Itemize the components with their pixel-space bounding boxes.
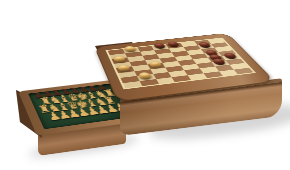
board-grid — [105, 38, 256, 90]
square[interactable] — [234, 68, 253, 75]
chess-box-photo: ♟♟♟♟♟♟♟♟♜♞♝♛♚♝♞♜♜♞♝♛♚♝♞♜♟♟♟♟♟♟♟♟ — [0, 0, 290, 170]
dark-disc[interactable] — [222, 52, 237, 59]
